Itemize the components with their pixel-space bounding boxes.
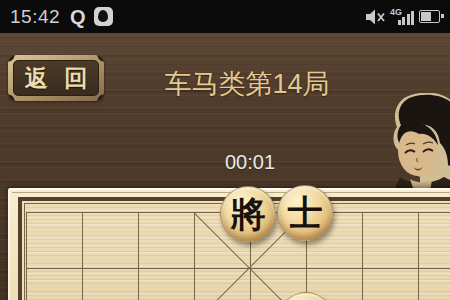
grid-line <box>138 212 139 300</box>
status-time: 15:42 <box>10 6 60 28</box>
piece-black-general[interactable]: 將 <box>220 186 276 242</box>
girl-illustration <box>386 93 450 191</box>
grid-line <box>194 212 195 300</box>
grid-line <box>82 212 83 300</box>
mute-icon <box>365 9 385 25</box>
signal-bars <box>398 11 415 25</box>
main-area: 返 回 车马类第14局 00:01 <box>0 33 450 300</box>
piece-black-advisor[interactable]: 士 <box>277 185 333 241</box>
header-divider <box>0 112 450 114</box>
notification-icon <box>94 7 113 26</box>
grid-line <box>26 212 27 300</box>
grid-line <box>362 212 363 300</box>
battery-icon <box>419 10 440 23</box>
page-title: 车马类第14局 <box>0 69 450 99</box>
grid-line <box>26 268 450 269</box>
grid-line <box>418 212 419 300</box>
status-bar: 15:42 Q 4G <box>0 0 450 33</box>
move-timer: 00:01 <box>0 152 450 172</box>
qq-icon: Q <box>70 7 86 27</box>
app-screen: 15:42 Q 4G 返 回 车马类第14局 00:01 <box>0 0 450 300</box>
signal-icon: 4G <box>390 7 414 26</box>
xiangqi-board[interactable]: 將 士 <box>8 188 450 300</box>
